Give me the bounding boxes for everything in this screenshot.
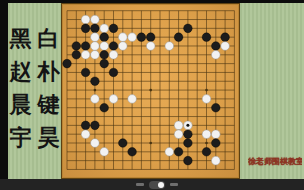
black-stone — [146, 33, 155, 42]
white-stone — [202, 95, 211, 104]
black-stone — [100, 103, 109, 112]
toggle-knob-icon — [158, 182, 164, 188]
white-stone — [109, 51, 118, 60]
white-stone — [100, 148, 109, 157]
white-stone — [91, 42, 100, 51]
white-stone — [91, 95, 100, 104]
black-stone — [202, 33, 211, 42]
black-stone — [109, 68, 118, 77]
playback-controls — [136, 181, 178, 189]
watermark-text: 徐老师围棋教室 — [248, 156, 302, 167]
white-stone — [100, 24, 109, 33]
white-stone — [174, 130, 183, 139]
black-stone — [81, 68, 90, 77]
black-stone — [174, 33, 183, 42]
black-stone — [91, 24, 100, 33]
black-stone — [91, 121, 100, 130]
black-stone — [212, 42, 221, 51]
black-stone — [202, 148, 211, 157]
white-player-column: 白朴键昊 — [36, 22, 61, 172]
black-stone — [137, 33, 146, 42]
white-stone — [109, 95, 118, 104]
white-stone — [202, 130, 211, 139]
letterbox-left — [0, 0, 8, 190]
black-stone — [91, 77, 100, 86]
white-stone — [119, 42, 128, 51]
black-stone — [100, 59, 109, 68]
black-stone — [184, 130, 193, 139]
white-stone — [119, 33, 128, 42]
black-stone — [184, 156, 193, 165]
black-stone — [81, 24, 90, 33]
white-stone — [165, 42, 174, 51]
white-stone — [81, 51, 90, 60]
last-move-marker-icon — [186, 124, 189, 127]
black-stone — [81, 42, 90, 51]
white-stone — [91, 139, 100, 148]
white-stone — [221, 42, 230, 51]
white-stone — [91, 15, 100, 24]
player-control-bar — [0, 179, 304, 190]
black-stone — [100, 51, 109, 60]
control-left-hint — [136, 183, 144, 186]
white-stone — [128, 95, 137, 104]
playback-toggle[interactable] — [149, 181, 165, 189]
black-stone — [212, 103, 221, 112]
black-stone — [72, 42, 81, 51]
control-right-hint — [170, 183, 178, 186]
black-stone — [81, 121, 90, 130]
white-stone — [91, 33, 100, 42]
black-stone — [109, 24, 118, 33]
black-stone — [212, 139, 221, 148]
go-board-grid — [62, 4, 241, 180]
black-stone — [63, 59, 72, 68]
black-player-column: 黑赵晨宇 — [8, 22, 33, 172]
black-stone — [72, 51, 81, 60]
black-stone — [128, 148, 137, 157]
white-stone — [212, 51, 221, 60]
white-stone — [91, 51, 100, 60]
black-stone — [184, 24, 193, 33]
white-stone — [146, 42, 155, 51]
white-stone — [174, 121, 183, 130]
white-stone — [81, 15, 90, 24]
white-stone — [212, 130, 221, 139]
white-stone — [212, 156, 221, 165]
black-stone — [100, 33, 109, 42]
video-frame: 黑赵晨宇 白朴键昊 徐老师围棋教室 — [0, 0, 304, 190]
white-stone — [165, 148, 174, 157]
black-stone — [174, 148, 183, 157]
black-stone — [119, 139, 128, 148]
white-stone — [128, 33, 137, 42]
white-stone — [100, 42, 109, 51]
go-board — [61, 3, 240, 179]
black-stone — [109, 42, 118, 51]
white-stone — [81, 130, 90, 139]
player-panel: 黑赵晨宇 白朴键昊 — [8, 22, 61, 172]
black-stone — [184, 139, 193, 148]
black-stone — [221, 33, 230, 42]
letterbox-top — [0, 0, 304, 3]
